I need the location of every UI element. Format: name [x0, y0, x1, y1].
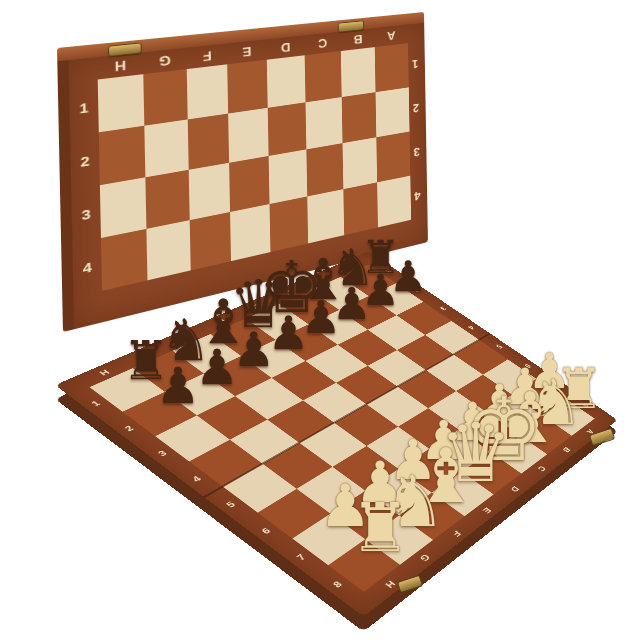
upright-square-e4 — [230, 204, 270, 261]
upright-square-h1 — [98, 74, 144, 132]
upright-square-e2 — [228, 108, 268, 163]
upright-square-b2 — [341, 92, 376, 143]
upright-square-f4 — [189, 212, 231, 271]
upright-square-c4 — [307, 189, 344, 243]
chess-set-photo: HGFEDCBA 1234 1234 HGFEDCBA HGFEDCBA 123… — [0, 0, 640, 640]
upright-square-g2 — [144, 119, 188, 177]
upright-square-f1 — [186, 64, 228, 119]
upright-square-g1 — [143, 69, 187, 126]
upright-square-d3 — [269, 149, 307, 204]
upright-square-g4 — [146, 220, 190, 280]
upright-square-h3 — [100, 177, 146, 238]
upright-square-h4 — [101, 229, 147, 291]
upright-square-h2 — [99, 126, 145, 185]
upright-square-e1 — [227, 60, 267, 114]
upright-rank-label-left-3: 3 — [71, 185, 101, 244]
upright-square-a1 — [375, 43, 409, 92]
upright-square-c2 — [305, 97, 342, 149]
upright-rank-label-left-4: 4 — [72, 238, 102, 297]
upright-square-d2 — [268, 102, 306, 156]
upright-square-f2 — [187, 114, 229, 170]
upright-square-d1 — [267, 55, 306, 108]
upright-square-c3 — [306, 143, 343, 196]
upright-square-c1 — [304, 51, 341, 102]
upright-rank-label-left-2: 2 — [70, 132, 100, 190]
upright-square-b3 — [342, 137, 377, 189]
upright-square-a2 — [376, 87, 410, 137]
upright-rank-label-left-1: 1 — [69, 79, 99, 136]
upright-square-a3 — [377, 132, 411, 183]
upright-square-b4 — [343, 182, 378, 235]
upright-square-f3 — [188, 163, 230, 220]
upright-square-a4 — [377, 176, 411, 228]
upright-square-d4 — [270, 196, 308, 252]
upright-square-g3 — [145, 170, 189, 229]
flat-board-grid — [90, 265, 595, 592]
upright-square-e3 — [229, 156, 269, 212]
upright-square-b1 — [340, 47, 375, 97]
